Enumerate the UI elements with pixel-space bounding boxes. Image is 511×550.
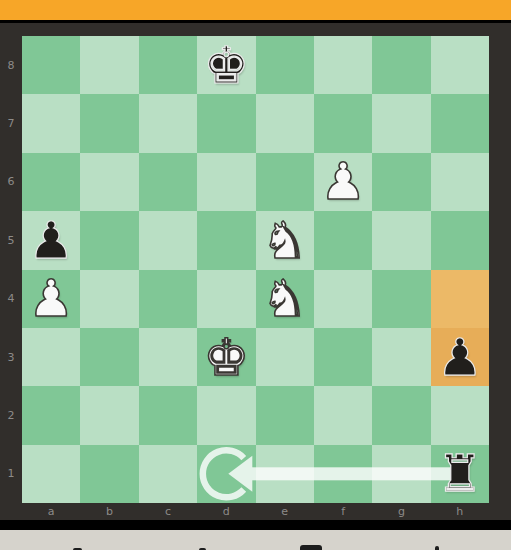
file-label-a: a <box>22 503 80 520</box>
rank-label-1: 1 <box>0 445 22 503</box>
square-c2[interactable] <box>139 386 197 444</box>
square-f2[interactable] <box>314 386 372 444</box>
square-e1[interactable] <box>256 445 314 503</box>
square-g5[interactable] <box>372 211 430 269</box>
square-f5[interactable] <box>314 211 372 269</box>
piece-white-king-d3[interactable]: ♚ <box>197 328 255 386</box>
piece-white-knight-e4[interactable]: ♞ <box>256 270 314 328</box>
square-f1[interactable] <box>314 445 372 503</box>
square-e2[interactable] <box>256 386 314 444</box>
square-c6[interactable] <box>139 153 197 211</box>
square-b5[interactable] <box>80 211 138 269</box>
rank-coordinates: 87654321 <box>0 36 22 503</box>
square-b4[interactable] <box>80 270 138 328</box>
square-b8[interactable] <box>80 36 138 94</box>
square-c3[interactable] <box>139 328 197 386</box>
piece-white-pawn-a4[interactable]: ♟ <box>22 270 80 328</box>
square-a2[interactable] <box>22 386 80 444</box>
square-g7[interactable] <box>372 94 430 152</box>
square-f7[interactable] <box>314 94 372 152</box>
piece-white-pawn-f6[interactable]: ♟ <box>314 153 372 211</box>
piece-black-pawn-h3[interactable]: ♟ <box>431 328 489 386</box>
square-d2[interactable] <box>197 386 255 444</box>
square-c8[interactable] <box>139 36 197 94</box>
rank-label-8: 8 <box>0 36 22 94</box>
square-c1[interactable] <box>139 445 197 503</box>
square-h7[interactable] <box>431 94 489 152</box>
square-g3[interactable] <box>372 328 430 386</box>
bottom-separator <box>0 520 511 530</box>
square-g8[interactable] <box>372 36 430 94</box>
square-b2[interactable] <box>80 386 138 444</box>
square-e7[interactable] <box>256 94 314 152</box>
rank-label-7: 7 <box>0 94 22 152</box>
chess-app-window: 87654321 ♚♟♟♞♞♟♚♟♜ abcdefgh <box>0 0 511 550</box>
square-e3[interactable] <box>256 328 314 386</box>
square-h5[interactable] <box>431 211 489 269</box>
square-e6[interactable] <box>256 153 314 211</box>
square-a6[interactable] <box>22 153 80 211</box>
chess-board[interactable]: ♚♟♟♞♞♟♚♟♜ <box>22 36 489 503</box>
top-accent-bar <box>0 0 511 20</box>
toolbar-icon-stub-3[interactable] <box>300 545 322 550</box>
rank-label-4: 4 <box>0 270 22 328</box>
file-label-h: h <box>431 503 489 520</box>
file-label-d: d <box>197 503 255 520</box>
piece-white-knight-e5[interactable]: ♞ <box>256 211 314 269</box>
square-g1[interactable] <box>372 445 430 503</box>
square-h8[interactable] <box>431 36 489 94</box>
file-label-e: e <box>256 503 314 520</box>
rank-label-5: 5 <box>0 211 22 269</box>
square-h6[interactable] <box>431 153 489 211</box>
file-label-c: c <box>139 503 197 520</box>
square-h4[interactable] <box>431 270 489 328</box>
square-h2[interactable] <box>431 386 489 444</box>
square-d7[interactable] <box>197 94 255 152</box>
square-a3[interactable] <box>22 328 80 386</box>
rank-label-3: 3 <box>0 328 22 386</box>
square-b3[interactable] <box>80 328 138 386</box>
file-label-b: b <box>80 503 138 520</box>
square-f8[interactable] <box>314 36 372 94</box>
square-b7[interactable] <box>80 94 138 152</box>
square-c5[interactable] <box>139 211 197 269</box>
rank-label-2: 2 <box>0 386 22 444</box>
file-label-g: g <box>372 503 430 520</box>
square-b6[interactable] <box>80 153 138 211</box>
square-f3[interactable] <box>314 328 372 386</box>
square-g4[interactable] <box>372 270 430 328</box>
square-a7[interactable] <box>22 94 80 152</box>
bottom-toolbar[interactable] <box>0 530 511 550</box>
piece-black-king-d8[interactable]: ♚ <box>197 36 255 94</box>
square-f4[interactable] <box>314 270 372 328</box>
square-g6[interactable] <box>372 153 430 211</box>
toolbar-icon-stub-4[interactable] <box>435 546 439 550</box>
square-d4[interactable] <box>197 270 255 328</box>
square-b1[interactable] <box>80 445 138 503</box>
file-label-f: f <box>314 503 372 520</box>
rank-label-6: 6 <box>0 153 22 211</box>
top-separator <box>0 20 511 23</box>
square-g2[interactable] <box>372 386 430 444</box>
square-e8[interactable] <box>256 36 314 94</box>
square-a8[interactable] <box>22 36 80 94</box>
square-a1[interactable] <box>22 445 80 503</box>
square-c7[interactable] <box>139 94 197 152</box>
square-c4[interactable] <box>139 270 197 328</box>
piece-black-rook-h1[interactable]: ♜ <box>431 445 489 503</box>
piece-black-pawn-a5[interactable]: ♟ <box>22 211 80 269</box>
square-d6[interactable] <box>197 153 255 211</box>
file-coordinates: abcdefgh <box>22 503 489 520</box>
square-d1[interactable] <box>197 445 255 503</box>
square-d5[interactable] <box>197 211 255 269</box>
